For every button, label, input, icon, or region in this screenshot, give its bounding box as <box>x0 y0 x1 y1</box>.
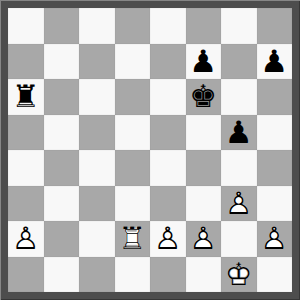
square-h3[interactable] <box>257 186 293 222</box>
square-b5[interactable] <box>44 115 80 151</box>
square-c6[interactable] <box>79 79 115 115</box>
board-frame: ♟♟♜♚♟♟♙♟♙♜♖♟♙♟♙♟♙♚♔ <box>0 0 300 300</box>
square-h1[interactable] <box>257 257 293 293</box>
black-king: ♚ <box>186 79 222 115</box>
square-c5[interactable] <box>79 115 115 151</box>
square-e6[interactable] <box>150 79 186 115</box>
black-pawn: ♟ <box>257 44 293 80</box>
square-c7[interactable] <box>79 44 115 80</box>
white-king: ♔ <box>221 257 257 293</box>
square-g5[interactable]: ♟ <box>221 115 257 151</box>
square-e5[interactable] <box>150 115 186 151</box>
square-g7[interactable] <box>221 44 257 80</box>
square-b8[interactable] <box>44 8 80 44</box>
white-pawn: ♙ <box>8 221 44 257</box>
square-d4[interactable] <box>115 150 151 186</box>
square-f4[interactable] <box>186 150 222 186</box>
white-rook-fill: ♜ <box>115 221 151 257</box>
chess-board: ♟♟♜♚♟♟♙♟♙♜♖♟♙♟♙♟♙♚♔ <box>8 8 292 292</box>
square-a8[interactable] <box>8 8 44 44</box>
white-pawn-fill: ♟ <box>8 221 44 257</box>
square-e2[interactable]: ♟♙ <box>150 221 186 257</box>
square-d3[interactable] <box>115 186 151 222</box>
square-e4[interactable] <box>150 150 186 186</box>
square-d6[interactable] <box>115 79 151 115</box>
square-g2[interactable] <box>221 221 257 257</box>
square-f6[interactable]: ♚ <box>186 79 222 115</box>
square-f7[interactable]: ♟ <box>186 44 222 80</box>
square-f3[interactable] <box>186 186 222 222</box>
square-a3[interactable] <box>8 186 44 222</box>
black-pawn: ♟ <box>221 115 257 151</box>
square-b4[interactable] <box>44 150 80 186</box>
white-pawn-fill: ♟ <box>186 221 222 257</box>
square-g8[interactable] <box>221 8 257 44</box>
square-d1[interactable] <box>115 257 151 293</box>
square-a6[interactable]: ♜ <box>8 79 44 115</box>
square-d5[interactable] <box>115 115 151 151</box>
square-e3[interactable] <box>150 186 186 222</box>
square-h5[interactable] <box>257 115 293 151</box>
square-g3[interactable]: ♟♙ <box>221 186 257 222</box>
white-pawn: ♙ <box>186 221 222 257</box>
square-e7[interactable] <box>150 44 186 80</box>
white-pawn-fill: ♟ <box>150 221 186 257</box>
square-e1[interactable] <box>150 257 186 293</box>
square-b3[interactable] <box>44 186 80 222</box>
square-f5[interactable] <box>186 115 222 151</box>
square-g4[interactable] <box>221 150 257 186</box>
black-pawn: ♟ <box>186 44 222 80</box>
square-b2[interactable] <box>44 221 80 257</box>
black-rook: ♜ <box>8 79 44 115</box>
square-b7[interactable] <box>44 44 80 80</box>
square-d7[interactable] <box>115 44 151 80</box>
square-f2[interactable]: ♟♙ <box>186 221 222 257</box>
square-h4[interactable] <box>257 150 293 186</box>
white-pawn: ♙ <box>257 221 293 257</box>
square-e8[interactable] <box>150 8 186 44</box>
white-king-fill: ♚ <box>221 257 257 293</box>
square-g6[interactable] <box>221 79 257 115</box>
square-d8[interactable] <box>115 8 151 44</box>
square-g1[interactable]: ♚♔ <box>221 257 257 293</box>
square-f8[interactable] <box>186 8 222 44</box>
square-a4[interactable] <box>8 150 44 186</box>
white-pawn: ♙ <box>150 221 186 257</box>
square-h8[interactable] <box>257 8 293 44</box>
white-pawn: ♙ <box>221 186 257 222</box>
square-a7[interactable] <box>8 44 44 80</box>
square-f1[interactable] <box>186 257 222 293</box>
square-c1[interactable] <box>79 257 115 293</box>
square-b6[interactable] <box>44 79 80 115</box>
square-c3[interactable] <box>79 186 115 222</box>
square-a2[interactable]: ♟♙ <box>8 221 44 257</box>
square-c2[interactable] <box>79 221 115 257</box>
square-h2[interactable]: ♟♙ <box>257 221 293 257</box>
square-c8[interactable] <box>79 8 115 44</box>
square-a1[interactable] <box>8 257 44 293</box>
white-pawn-fill: ♟ <box>221 186 257 222</box>
square-b1[interactable] <box>44 257 80 293</box>
square-h6[interactable] <box>257 79 293 115</box>
white-pawn-fill: ♟ <box>257 221 293 257</box>
square-d2[interactable]: ♜♖ <box>115 221 151 257</box>
square-h7[interactable]: ♟ <box>257 44 293 80</box>
square-a5[interactable] <box>8 115 44 151</box>
square-c4[interactable] <box>79 150 115 186</box>
white-rook: ♖ <box>115 221 151 257</box>
